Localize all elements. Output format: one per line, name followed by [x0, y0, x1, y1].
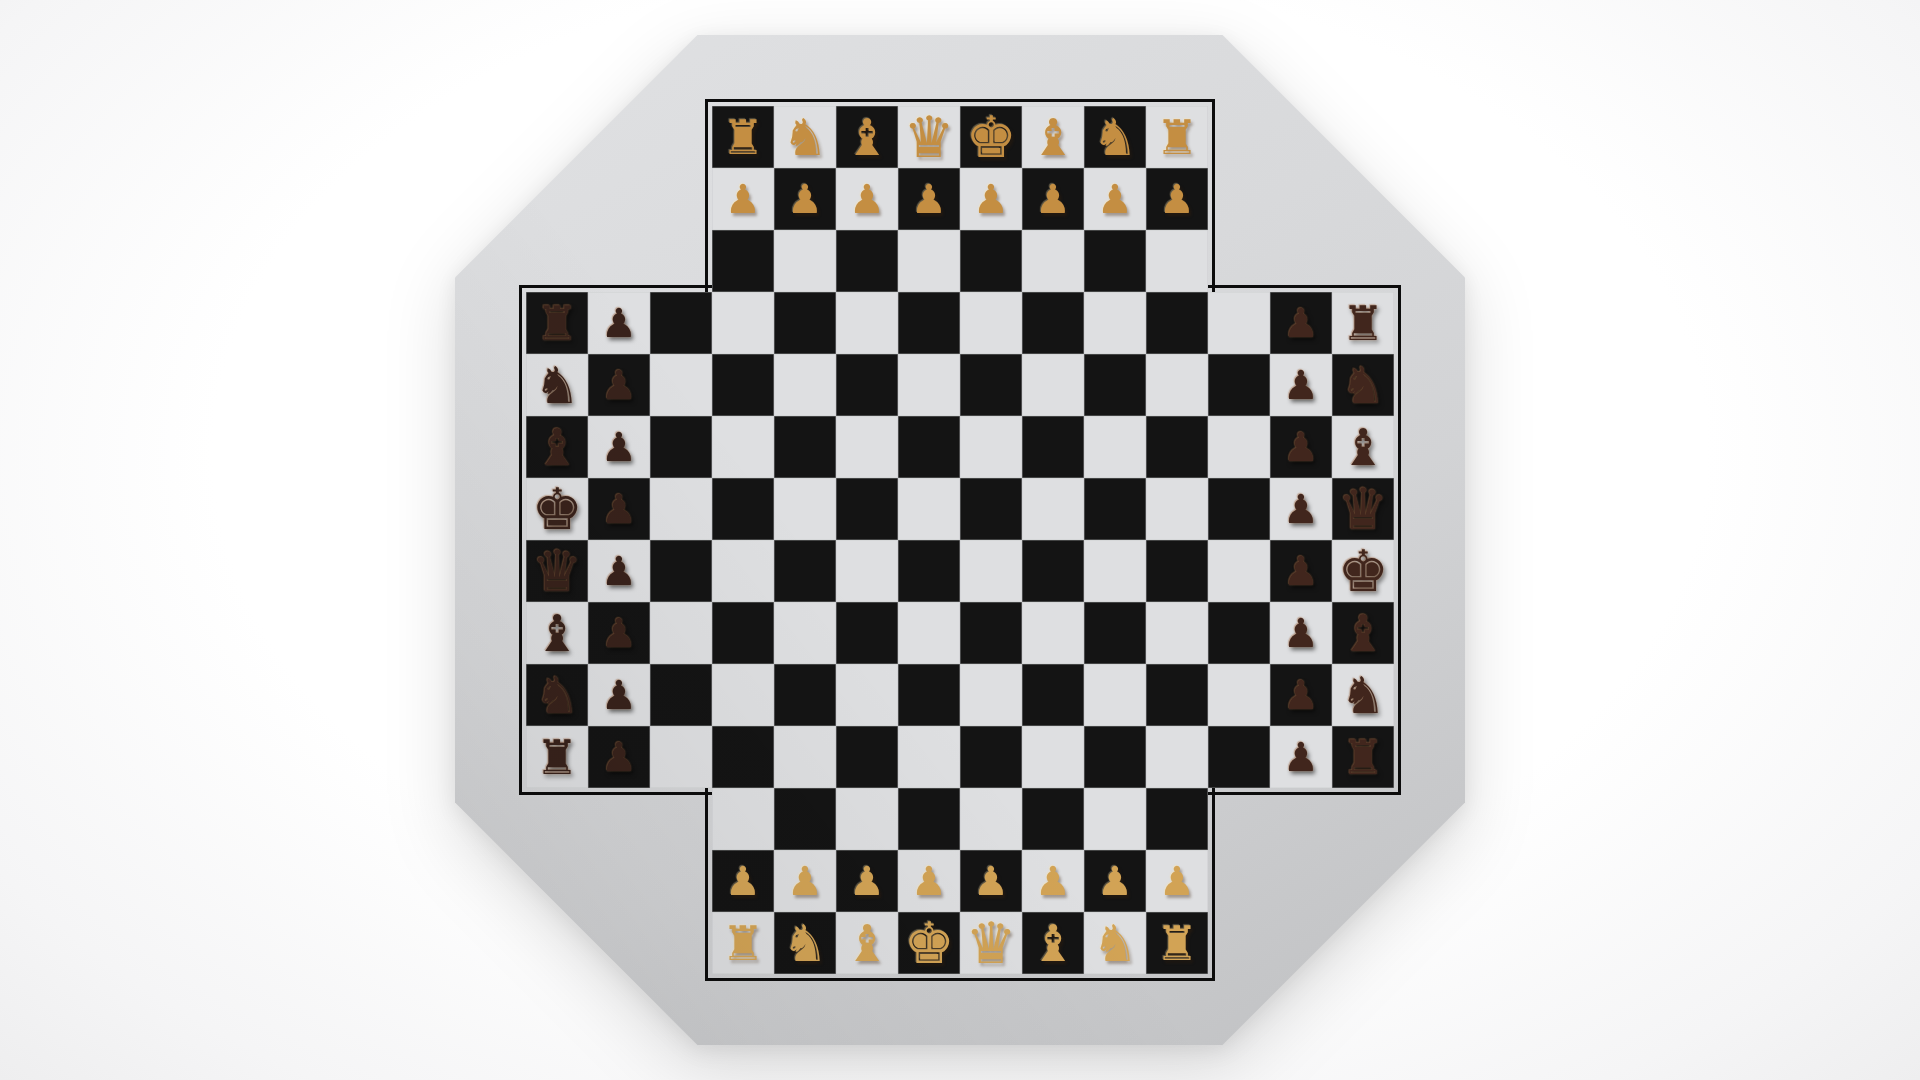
- bottom-knight-glyph: ♞: [1092, 918, 1138, 969]
- square-r4c12[interactable]: [1208, 292, 1270, 354]
- square-r7c11[interactable]: [1146, 478, 1208, 540]
- left-pawn-glyph: ♟: [601, 365, 637, 405]
- bottom-pawn-glyph: ♟: [1035, 861, 1071, 901]
- square-r9c13[interactable]: ♟: [1270, 602, 1332, 664]
- right-pawn-glyph: ♟: [1283, 551, 1319, 591]
- square-r8c2[interactable]: ♟: [588, 540, 650, 602]
- top-rook-piece[interactable]: ♜: [712, 106, 774, 168]
- bottom-bishop-glyph: ♝: [1030, 918, 1076, 969]
- square-r1c4[interactable]: ♜: [712, 106, 774, 168]
- square-r10c1[interactable]: ♞: [526, 664, 588, 726]
- square-r6c3[interactable]: [650, 416, 712, 478]
- square-r11c6[interactable]: [836, 726, 898, 788]
- square-r7c6[interactable]: [836, 478, 898, 540]
- top-knight-piece[interactable]: ♞: [774, 106, 836, 168]
- bottom-king-piece[interactable]: ♚: [898, 912, 960, 974]
- square-r5c5[interactable]: [774, 354, 836, 416]
- bottom-pawn-piece[interactable]: ♟: [774, 850, 836, 912]
- square-r9c12[interactable]: [1208, 602, 1270, 664]
- square-r2c9[interactable]: ♟: [1022, 168, 1084, 230]
- square-r8c11[interactable]: [1146, 540, 1208, 602]
- bottom-pawn-glyph: ♟: [849, 861, 885, 901]
- top-pawn-glyph: ♟: [787, 179, 823, 219]
- square-r13c5[interactable]: ♟: [774, 850, 836, 912]
- left-pawn-glyph: ♟: [601, 489, 637, 529]
- square-r5c10[interactable]: [1084, 354, 1146, 416]
- square-r13c11[interactable]: ♟: [1146, 850, 1208, 912]
- top-pawn-piece[interactable]: ♟: [960, 168, 1022, 230]
- right-knight-glyph: ♞: [1340, 360, 1386, 411]
- square-r2c7[interactable]: ♟: [898, 168, 960, 230]
- square-r8c8[interactable]: [960, 540, 1022, 602]
- square-r3c8[interactable]: [960, 230, 1022, 292]
- square-r1c9[interactable]: ♝: [1022, 106, 1084, 168]
- left-pawn-piece[interactable]: ♟: [588, 726, 650, 788]
- square-r6c2[interactable]: ♟: [588, 416, 650, 478]
- square-r14c8[interactable]: ♛: [960, 912, 1022, 974]
- right-bishop-glyph: ♝: [1340, 422, 1386, 473]
- square-r8c6[interactable]: [836, 540, 898, 602]
- square-r12c8[interactable]: [960, 788, 1022, 850]
- square-r4c11[interactable]: [1146, 292, 1208, 354]
- square-r6c10[interactable]: [1084, 416, 1146, 478]
- square-r1c11[interactable]: ♜: [1146, 106, 1208, 168]
- left-pawn-glyph: ♟: [601, 551, 637, 591]
- top-pawn-piece[interactable]: ♟: [1146, 168, 1208, 230]
- square-r4c3[interactable]: [650, 292, 712, 354]
- square-r5c11[interactable]: [1146, 354, 1208, 416]
- bottom-pawn-piece[interactable]: ♟: [712, 850, 774, 912]
- bottom-rook-glyph: ♜: [1155, 919, 1198, 967]
- square-r4c9[interactable]: [1022, 292, 1084, 354]
- square-r12c11[interactable]: [1146, 788, 1208, 850]
- top-queen-glyph: ♛: [903, 109, 954, 166]
- square-r3c9[interactable]: [1022, 230, 1084, 292]
- top-bishop-piece[interactable]: ♝: [1022, 106, 1084, 168]
- square-r3c6[interactable]: [836, 230, 898, 292]
- square-r4c1[interactable]: ♜: [526, 292, 588, 354]
- right-pawn-piece[interactable]: ♟: [1270, 292, 1332, 354]
- right-pawn-glyph: ♟: [1283, 427, 1319, 467]
- square-r11c1[interactable]: ♜: [526, 726, 588, 788]
- square-r10c5[interactable]: [774, 664, 836, 726]
- left-pawn-piece[interactable]: ♟: [588, 478, 650, 540]
- square-r4c2[interactable]: ♟: [588, 292, 650, 354]
- square-r14c11[interactable]: ♜: [1146, 912, 1208, 974]
- top-bishop-glyph: ♝: [844, 112, 890, 163]
- square-r7c9[interactable]: [1022, 478, 1084, 540]
- top-bishop-piece[interactable]: ♝: [836, 106, 898, 168]
- left-rook-glyph: ♜: [535, 299, 578, 347]
- scene: ♜♞♝♛♚♝♞♜♟♟♟♟♟♟♟♟♜♟♟♜♞♟♟♞♝♟♟♝♚♟♟♛♛♟♟♚♝♟♟♝…: [0, 0, 1920, 1080]
- right-rook-glyph: ♜: [1341, 733, 1384, 781]
- right-rook-glyph: ♜: [1341, 299, 1384, 347]
- square-r6c8[interactable]: [960, 416, 1022, 478]
- square-r13c6[interactable]: ♟: [836, 850, 898, 912]
- top-knight-glyph: ♞: [782, 112, 828, 163]
- left-knight-piece[interactable]: ♞: [526, 354, 588, 416]
- square-r5c9[interactable]: [1022, 354, 1084, 416]
- right-pawn-piece[interactable]: ♟: [1270, 664, 1332, 726]
- left-pawn-piece[interactable]: ♟: [588, 602, 650, 664]
- top-pawn-piece[interactable]: ♟: [1022, 168, 1084, 230]
- left-bishop-piece[interactable]: ♝: [526, 416, 588, 478]
- board-plate-wrapper: ♜♞♝♛♚♝♞♜♟♟♟♟♟♟♟♟♜♟♟♜♞♟♟♞♝♟♟♝♚♟♟♛♛♟♟♚♝♟♟♝…: [455, 35, 1465, 1045]
- right-queen-piece[interactable]: ♛: [1332, 478, 1394, 540]
- bottom-king-glyph: ♚: [903, 915, 954, 972]
- right-pawn-piece[interactable]: ♟: [1270, 602, 1332, 664]
- bottom-pawn-glyph: ♟: [787, 861, 823, 901]
- bottom-pawn-piece[interactable]: ♟: [1146, 850, 1208, 912]
- right-bishop-glyph: ♝: [1340, 608, 1386, 659]
- square-r2c11[interactable]: ♟: [1146, 168, 1208, 230]
- square-r10c9[interactable]: [1022, 664, 1084, 726]
- bottom-pawn-piece[interactable]: ♟: [836, 850, 898, 912]
- square-r12c4[interactable]: [712, 788, 774, 850]
- top-pawn-piece[interactable]: ♟: [712, 168, 774, 230]
- top-rook-piece[interactable]: ♜: [1146, 106, 1208, 168]
- top-pawn-glyph: ♟: [1097, 179, 1133, 219]
- left-king-piece[interactable]: ♚: [526, 478, 588, 540]
- left-king-glyph: ♚: [531, 481, 582, 538]
- square-r13c9[interactable]: ♟: [1022, 850, 1084, 912]
- left-pawn-glyph: ♟: [601, 675, 637, 715]
- bottom-pawn-piece[interactable]: ♟: [1084, 850, 1146, 912]
- square-r12c6[interactable]: [836, 788, 898, 850]
- square-r14c4[interactable]: ♜: [712, 912, 774, 974]
- right-knight-glyph: ♞: [1340, 670, 1386, 721]
- bottom-bishop-glyph: ♝: [844, 918, 890, 969]
- square-r5c3[interactable]: [650, 354, 712, 416]
- top-pawn-glyph: ♟: [725, 179, 761, 219]
- square-r1c6[interactable]: ♝: [836, 106, 898, 168]
- square-r6c1[interactable]: ♝: [526, 416, 588, 478]
- square-r11c5[interactable]: [774, 726, 836, 788]
- left-bishop-piece[interactable]: ♝: [526, 602, 588, 664]
- square-r9c10[interactable]: [1084, 602, 1146, 664]
- left-pawn-glyph: ♟: [601, 737, 637, 777]
- square-r6c9[interactable]: [1022, 416, 1084, 478]
- square-r1c7[interactable]: ♛: [898, 106, 960, 168]
- left-pawn-glyph: ♟: [601, 303, 637, 343]
- square-r1c8[interactable]: ♚: [960, 106, 1022, 168]
- right-bishop-piece[interactable]: ♝: [1332, 602, 1394, 664]
- square-r5c14[interactable]: ♞: [1332, 354, 1394, 416]
- right-knight-piece[interactable]: ♞: [1332, 664, 1394, 726]
- left-rook-glyph: ♜: [535, 733, 578, 781]
- square-r7c3[interactable]: [650, 478, 712, 540]
- right-pawn-glyph: ♟: [1283, 613, 1319, 653]
- left-knight-piece[interactable]: ♞: [526, 664, 588, 726]
- left-pawn-piece[interactable]: ♟: [588, 354, 650, 416]
- square-r11c13[interactable]: ♟: [1270, 726, 1332, 788]
- square-r13c7[interactable]: ♟: [898, 850, 960, 912]
- square-r7c2[interactable]: ♟: [588, 478, 650, 540]
- square-r7c8[interactable]: [960, 478, 1022, 540]
- square-r6c13[interactable]: ♟: [1270, 416, 1332, 478]
- square-r3c5[interactable]: [774, 230, 836, 292]
- square-r8c14[interactable]: ♚: [1332, 540, 1394, 602]
- bottom-queen-glyph: ♛: [965, 915, 1016, 972]
- left-pawn-piece[interactable]: ♟: [588, 292, 650, 354]
- square-r9c6[interactable]: [836, 602, 898, 664]
- square-r10c12[interactable]: [1208, 664, 1270, 726]
- square-r8c4[interactable]: [712, 540, 774, 602]
- right-pawn-glyph: ♟: [1283, 489, 1319, 529]
- square-r7c13[interactable]: ♟: [1270, 478, 1332, 540]
- square-r11c4[interactable]: [712, 726, 774, 788]
- square-r9c9[interactable]: [1022, 602, 1084, 664]
- bottom-pawn-glyph: ♟: [973, 861, 1009, 901]
- square-r8c10[interactable]: [1084, 540, 1146, 602]
- right-king-piece[interactable]: ♚: [1332, 540, 1394, 602]
- square-r4c10[interactable]: [1084, 292, 1146, 354]
- right-pawn-piece[interactable]: ♟: [1270, 540, 1332, 602]
- square-r3c10[interactable]: [1084, 230, 1146, 292]
- square-r5c8[interactable]: [960, 354, 1022, 416]
- right-pawn-glyph: ♟: [1283, 303, 1319, 343]
- square-r7c7[interactable]: [898, 478, 960, 540]
- square-r9c1[interactable]: ♝: [526, 602, 588, 664]
- square-r11c7[interactable]: [898, 726, 960, 788]
- right-pawn-piece[interactable]: ♟: [1270, 478, 1332, 540]
- square-r2c6[interactable]: ♟: [836, 168, 898, 230]
- right-pawn-glyph: ♟: [1283, 365, 1319, 405]
- square-r5c6[interactable]: [836, 354, 898, 416]
- square-r13c8[interactable]: ♟: [960, 850, 1022, 912]
- square-r8c3[interactable]: [650, 540, 712, 602]
- square-r10c7[interactable]: [898, 664, 960, 726]
- square-r5c13[interactable]: ♟: [1270, 354, 1332, 416]
- square-r4c7[interactable]: [898, 292, 960, 354]
- top-pawn-glyph: ♟: [973, 179, 1009, 219]
- left-rook-piece[interactable]: ♜: [526, 726, 588, 788]
- square-r1c10[interactable]: ♞: [1084, 106, 1146, 168]
- left-pawn-piece[interactable]: ♟: [588, 664, 650, 726]
- right-rook-piece[interactable]: ♜: [1332, 726, 1394, 788]
- bottom-rook-glyph: ♜: [721, 919, 764, 967]
- square-r8c9[interactable]: [1022, 540, 1084, 602]
- square-r3c4[interactable]: [712, 230, 774, 292]
- square-r14c5[interactable]: ♞: [774, 912, 836, 974]
- square-r7c12[interactable]: [1208, 478, 1270, 540]
- square-r2c8[interactable]: ♟: [960, 168, 1022, 230]
- square-r4c14[interactable]: ♜: [1332, 292, 1394, 354]
- square-r10c3[interactable]: [650, 664, 712, 726]
- square-r13c4[interactable]: ♟: [712, 850, 774, 912]
- square-r3c11[interactable]: [1146, 230, 1208, 292]
- square-r7c5[interactable]: [774, 478, 836, 540]
- square-r5c4[interactable]: [712, 354, 774, 416]
- square-r6c4[interactable]: [712, 416, 774, 478]
- square-r4c8[interactable]: [960, 292, 1022, 354]
- top-pawn-glyph: ♟: [911, 179, 947, 219]
- square-r9c2[interactable]: ♟: [588, 602, 650, 664]
- left-pawn-piece[interactable]: ♟: [588, 540, 650, 602]
- top-pawn-glyph: ♟: [849, 179, 885, 219]
- square-r5c1[interactable]: ♞: [526, 354, 588, 416]
- bottom-pawn-piece[interactable]: ♟: [898, 850, 960, 912]
- square-r10c2[interactable]: ♟: [588, 664, 650, 726]
- square-r1c5[interactable]: ♞: [774, 106, 836, 168]
- right-pawn-glyph: ♟: [1283, 675, 1319, 715]
- left-bishop-glyph: ♝: [534, 608, 580, 659]
- square-r8c13[interactable]: ♟: [1270, 540, 1332, 602]
- left-knight-glyph: ♞: [534, 360, 580, 411]
- top-pawn-glyph: ♟: [1159, 179, 1195, 219]
- square-r6c7[interactable]: [898, 416, 960, 478]
- top-rook-glyph: ♜: [721, 113, 764, 161]
- square-r11c3[interactable]: [650, 726, 712, 788]
- right-pawn-piece[interactable]: ♟: [1270, 354, 1332, 416]
- left-pawn-piece[interactable]: ♟: [588, 416, 650, 478]
- square-r14c9[interactable]: ♝: [1022, 912, 1084, 974]
- square-r7c4[interactable]: [712, 478, 774, 540]
- top-knight-piece[interactable]: ♞: [1084, 106, 1146, 168]
- left-pawn-glyph: ♟: [601, 427, 637, 467]
- left-rook-piece[interactable]: ♜: [526, 292, 588, 354]
- right-queen-glyph: ♛: [1337, 481, 1388, 538]
- square-r10c8[interactable]: [960, 664, 1022, 726]
- square-r4c13[interactable]: ♟: [1270, 292, 1332, 354]
- bottom-pawn-glyph: ♟: [1097, 861, 1133, 901]
- square-r4c5[interactable]: [774, 292, 836, 354]
- square-r5c12[interactable]: [1208, 354, 1270, 416]
- square-r14c7[interactable]: ♚: [898, 912, 960, 974]
- left-knight-glyph: ♞: [534, 670, 580, 721]
- square-r9c5[interactable]: [774, 602, 836, 664]
- square-r6c12[interactable]: [1208, 416, 1270, 478]
- square-r7c1[interactable]: ♚: [526, 478, 588, 540]
- square-r11c14[interactable]: ♜: [1332, 726, 1394, 788]
- square-r5c2[interactable]: ♟: [588, 354, 650, 416]
- top-pawn-glyph: ♟: [1035, 179, 1071, 219]
- bottom-bishop-piece[interactable]: ♝: [1022, 912, 1084, 974]
- square-r10c4[interactable]: [712, 664, 774, 726]
- bottom-pawn-glyph: ♟: [911, 861, 947, 901]
- square-r14c10[interactable]: ♞: [1084, 912, 1146, 974]
- bottom-bishop-piece[interactable]: ♝: [836, 912, 898, 974]
- right-pawn-piece[interactable]: ♟: [1270, 726, 1332, 788]
- bottom-pawn-piece[interactable]: ♟: [1022, 850, 1084, 912]
- octagonal-board-plate: ♜♞♝♛♚♝♞♜♟♟♟♟♟♟♟♟♜♟♟♜♞♟♟♞♝♟♟♝♚♟♟♛♛♟♟♚♝♟♟♝…: [455, 35, 1465, 1045]
- right-king-glyph: ♚: [1337, 543, 1388, 600]
- square-r2c5[interactable]: ♟: [774, 168, 836, 230]
- square-r9c3[interactable]: [650, 602, 712, 664]
- bottom-knight-glyph: ♞: [782, 918, 828, 969]
- square-r6c14[interactable]: ♝: [1332, 416, 1394, 478]
- bottom-knight-piece[interactable]: ♞: [774, 912, 836, 974]
- square-r4c6[interactable]: [836, 292, 898, 354]
- square-r3c7[interactable]: [898, 230, 960, 292]
- top-king-glyph: ♚: [965, 109, 1016, 166]
- square-r5c7[interactable]: [898, 354, 960, 416]
- square-r8c12[interactable]: [1208, 540, 1270, 602]
- right-pawn-glyph: ♟: [1283, 737, 1319, 777]
- bottom-queen-piece[interactable]: ♛: [960, 912, 1022, 974]
- square-r10c13[interactable]: ♟: [1270, 664, 1332, 726]
- right-knight-piece[interactable]: ♞: [1332, 354, 1394, 416]
- square-r14c6[interactable]: ♝: [836, 912, 898, 974]
- square-r8c1[interactable]: ♛: [526, 540, 588, 602]
- square-r12c9[interactable]: [1022, 788, 1084, 850]
- square-r6c5[interactable]: [774, 416, 836, 478]
- square-r4c4[interactable]: [712, 292, 774, 354]
- square-r10c10[interactable]: [1084, 664, 1146, 726]
- square-r11c10[interactable]: [1084, 726, 1146, 788]
- left-queen-glyph: ♛: [531, 543, 582, 600]
- bottom-pawn-piece[interactable]: ♟: [960, 850, 1022, 912]
- square-r7c10[interactable]: [1084, 478, 1146, 540]
- square-r11c9[interactable]: [1022, 726, 1084, 788]
- square-r8c7[interactable]: [898, 540, 960, 602]
- square-r10c14[interactable]: ♞: [1332, 664, 1394, 726]
- square-r11c2[interactable]: ♟: [588, 726, 650, 788]
- bottom-rook-piece[interactable]: ♜: [1146, 912, 1208, 974]
- square-r6c6[interactable]: [836, 416, 898, 478]
- square-r9c4[interactable]: [712, 602, 774, 664]
- square-r12c10[interactable]: [1084, 788, 1146, 850]
- square-r12c5[interactable]: [774, 788, 836, 850]
- right-bishop-piece[interactable]: ♝: [1332, 416, 1394, 478]
- square-r12c7[interactable]: [898, 788, 960, 850]
- bottom-rook-piece[interactable]: ♜: [712, 912, 774, 974]
- top-king-piece[interactable]: ♚: [960, 106, 1022, 168]
- top-bishop-glyph: ♝: [1030, 112, 1076, 163]
- square-r9c11[interactable]: [1146, 602, 1208, 664]
- square-r9c8[interactable]: [960, 602, 1022, 664]
- square-r13c10[interactable]: ♟: [1084, 850, 1146, 912]
- square-r10c6[interactable]: [836, 664, 898, 726]
- bottom-pawn-glyph: ♟: [1159, 861, 1195, 901]
- right-rook-piece[interactable]: ♜: [1332, 292, 1394, 354]
- square-r8c5[interactable]: [774, 540, 836, 602]
- top-rook-glyph: ♜: [1155, 113, 1198, 161]
- bottom-pawn-glyph: ♟: [725, 861, 761, 901]
- square-r6c11[interactable]: [1146, 416, 1208, 478]
- square-r9c7[interactable]: [898, 602, 960, 664]
- square-r9c14[interactable]: ♝: [1332, 602, 1394, 664]
- top-knight-glyph: ♞: [1092, 112, 1138, 163]
- square-r11c8[interactable]: [960, 726, 1022, 788]
- square-r2c10[interactable]: ♟: [1084, 168, 1146, 230]
- top-pawn-piece[interactable]: ♟: [774, 168, 836, 230]
- top-queen-piece[interactable]: ♛: [898, 106, 960, 168]
- top-pawn-piece[interactable]: ♟: [898, 168, 960, 230]
- left-queen-piece[interactable]: ♛: [526, 540, 588, 602]
- square-r11c12[interactable]: [1208, 726, 1270, 788]
- square-r10c11[interactable]: [1146, 664, 1208, 726]
- left-pawn-glyph: ♟: [601, 613, 637, 653]
- square-r11c11[interactable]: [1146, 726, 1208, 788]
- square-r7c14[interactable]: ♛: [1332, 478, 1394, 540]
- left-bishop-glyph: ♝: [534, 422, 580, 473]
- square-r2c4[interactable]: ♟: [712, 168, 774, 230]
- board-grid: ♜♞♝♛♚♝♞♜♟♟♟♟♟♟♟♟♜♟♟♜♞♟♟♞♝♟♟♝♚♟♟♛♛♟♟♚♝♟♟♝…: [526, 106, 1394, 974]
- top-pawn-piece[interactable]: ♟: [836, 168, 898, 230]
- bottom-knight-piece[interactable]: ♞: [1084, 912, 1146, 974]
- right-pawn-piece[interactable]: ♟: [1270, 416, 1332, 478]
- top-pawn-piece[interactable]: ♟: [1084, 168, 1146, 230]
